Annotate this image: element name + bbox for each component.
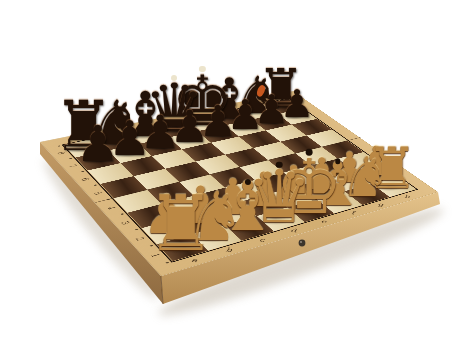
rank-label-5: 5 bbox=[89, 189, 107, 197]
chess-set-photo: a8b7c6d5e4f3g2h1 ♜♞♝♛♚♝♞♜♟♟♟♟♟♟♟♟♟♟♟♟♟♟♟… bbox=[0, 0, 467, 350]
border-nail-icon bbox=[135, 229, 139, 231]
file-label-g: g bbox=[374, 201, 389, 208]
rank-label-8: 8 bbox=[53, 149, 70, 156]
rank-label-4: 4 bbox=[102, 203, 120, 212]
file-label-c: c bbox=[254, 236, 271, 244]
rank-label-3: 3 bbox=[116, 218, 135, 227]
rank-label-6: 6 bbox=[76, 175, 94, 183]
rank-label-7: 7 bbox=[64, 162, 81, 170]
border-nail-icon bbox=[94, 184, 98, 186]
clasp-highlight bbox=[300, 241, 302, 243]
border-nail-icon bbox=[57, 145, 60, 146]
border-nail-icon bbox=[120, 213, 124, 215]
file-label-a: a bbox=[185, 256, 204, 265]
file-label-f: f bbox=[345, 209, 360, 217]
file-label-b: b bbox=[220, 246, 238, 255]
file-label-e: e bbox=[316, 218, 332, 226]
border-nail-icon bbox=[165, 262, 169, 264]
border-nail-icon bbox=[81, 171, 84, 173]
border-nail-icon bbox=[107, 198, 111, 200]
file-label-d: d bbox=[286, 227, 302, 235]
border-nail-icon bbox=[69, 158, 72, 160]
border-nail-icon bbox=[150, 245, 154, 247]
file-label-h: h bbox=[401, 193, 415, 200]
clasp-icon bbox=[299, 240, 306, 247]
rank-label-2: 2 bbox=[130, 234, 149, 244]
rank-label-1: 1 bbox=[145, 250, 165, 260]
